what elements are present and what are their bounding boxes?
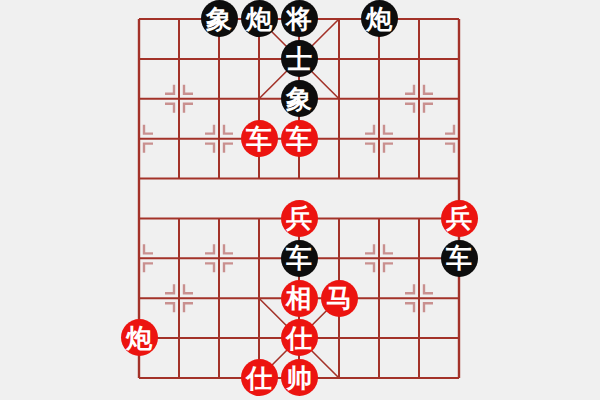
board-intersection: 仕 bbox=[279, 318, 319, 358]
board-intersection: 象 bbox=[279, 79, 319, 119]
board-intersection: 炮 bbox=[239, 0, 279, 39]
board-intersection: 炮 bbox=[119, 318, 159, 358]
board-intersection: 兵 bbox=[439, 198, 479, 238]
board-intersection: 车 bbox=[239, 119, 279, 159]
piece-red-soldier[interactable]: 兵 bbox=[441, 200, 478, 237]
board-intersection: 帅 bbox=[279, 358, 319, 398]
board-intersection: 兵 bbox=[279, 198, 319, 238]
piece-red-advisor[interactable]: 仕 bbox=[241, 359, 278, 396]
piece-black-chariot[interactable]: 车 bbox=[281, 240, 318, 277]
piece-red-chariot[interactable]: 车 bbox=[241, 120, 278, 157]
piece-black-chariot[interactable]: 车 bbox=[441, 240, 478, 277]
board-intersection: 相 bbox=[279, 278, 319, 318]
board-intersection: 车 bbox=[439, 238, 479, 278]
board-intersection: 士 bbox=[279, 39, 319, 79]
board-intersection: 象 bbox=[199, 0, 239, 39]
piece-red-advisor[interactable]: 仕 bbox=[281, 319, 318, 356]
board-intersection: 车 bbox=[279, 119, 319, 159]
piece-red-cannon[interactable]: 炮 bbox=[121, 319, 158, 356]
board-intersection: 车 bbox=[279, 238, 319, 278]
xiangqi-board[interactable]: 象炮将炮士象车车兵兵车车相马炮仕仕帅 bbox=[0, 0, 600, 400]
piece-red-general[interactable]: 帅 bbox=[281, 359, 318, 396]
board-intersection: 将 bbox=[279, 0, 319, 39]
piece-black-elephant[interactable]: 象 bbox=[201, 0, 238, 37]
piece-black-general[interactable]: 将 bbox=[281, 0, 318, 37]
piece-black-cannon[interactable]: 炮 bbox=[241, 0, 278, 37]
page-background: 象炮将炮士象车车兵兵车车相马炮仕仕帅 bbox=[0, 0, 600, 400]
piece-black-advisor[interactable]: 士 bbox=[281, 40, 318, 77]
piece-red-soldier[interactable]: 兵 bbox=[281, 200, 318, 237]
piece-red-elephant[interactable]: 相 bbox=[281, 280, 318, 317]
board-intersection: 炮 bbox=[359, 0, 399, 39]
piece-red-chariot[interactable]: 车 bbox=[281, 120, 318, 157]
board-intersection: 马 bbox=[319, 278, 359, 318]
piece-black-elephant[interactable]: 象 bbox=[281, 80, 318, 117]
piece-black-cannon[interactable]: 炮 bbox=[361, 0, 398, 37]
pieces-layer: 象炮将炮士象车车兵兵车车相马炮仕仕帅 bbox=[119, 0, 479, 398]
board-intersection: 仕 bbox=[239, 358, 279, 398]
piece-red-horse[interactable]: 马 bbox=[321, 280, 358, 317]
